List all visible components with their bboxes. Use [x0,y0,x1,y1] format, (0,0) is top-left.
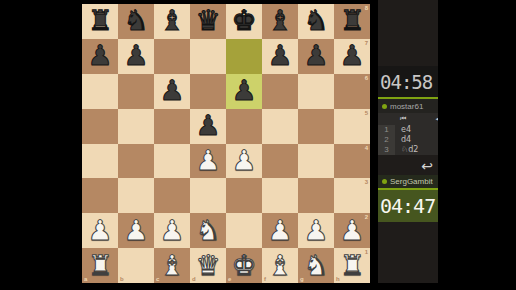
square-a2[interactable]: ♟ [82,213,118,248]
white-king[interactable]: ♚ [226,248,262,283]
square-f6[interactable] [262,74,298,109]
rank-label: 4 [365,145,368,151]
movelist-controls: ⏮ ◀ [378,113,438,125]
square-f3[interactable] [262,178,298,213]
square-e8[interactable]: ♚ [226,4,262,39]
square-e5[interactable] [226,109,262,144]
online-dot-icon [382,179,387,184]
square-h1[interactable]: ♜1h [334,248,370,283]
white-pawn[interactable]: ♟ [334,213,370,248]
black-queen[interactable]: ♛ [190,4,226,39]
takeback-icon[interactable]: ↩ [421,157,433,175]
square-h5[interactable]: 5 [334,109,370,144]
square-a6[interactable] [82,74,118,109]
black-pawn[interactable]: ♟ [82,39,118,74]
square-e7[interactable] [226,39,262,74]
black-king[interactable]: ♚ [226,4,262,39]
square-d3[interactable] [190,178,226,213]
square-d4[interactable]: ♟ [190,144,226,179]
move-white[interactable]: d4 [395,135,438,145]
square-e2[interactable] [226,213,262,248]
square-c6[interactable]: ♟ [154,74,190,109]
opponent-player-bar: mostar61 [378,99,438,113]
square-f8[interactable]: ♝ [262,4,298,39]
square-b4[interactable] [118,144,154,179]
white-pawn[interactable]: ♟ [298,213,334,248]
move-list: 1e42d43♘d2 [378,125,438,155]
square-b3[interactable] [118,178,154,213]
black-pawn[interactable]: ♟ [298,39,334,74]
white-queen[interactable]: ♛ [190,248,226,283]
square-d5[interactable]: ♟ [190,109,226,144]
square-h8[interactable]: ♜8 [334,4,370,39]
square-b8[interactable]: ♞ [118,4,154,39]
square-f2[interactable]: ♟ [262,213,298,248]
player-name: SergGambit [390,177,433,186]
black-pawn[interactable]: ♟ [154,74,190,109]
move-row[interactable]: 1e4 [378,125,438,135]
square-d2[interactable]: ♞ [190,213,226,248]
square-d6[interactable] [190,74,226,109]
move-white[interactable]: e4 [395,125,438,135]
square-g1[interactable]: ♞g [298,248,334,283]
online-dot-icon [382,104,387,109]
chess-board[interactable]: ♜♞♝♛♚♝♞♜8♟♟♟♟♟7♟♟6♟5♟♟43♟♟♟♞♟♟♟2♜ab♝c♛d♚… [82,4,370,283]
rank-label: 3 [365,179,368,185]
skip-to-start-icon[interactable]: ⏮ [400,115,406,123]
square-g8[interactable]: ♞ [298,4,334,39]
app-window: ♜♞♝♛♚♝♞♜8♟♟♟♟♟7♟♟6♟5♟♟43♟♟♟♞♟♟♟2♜ab♝c♛d♚… [0,0,516,290]
white-pawn[interactable]: ♟ [82,213,118,248]
square-e6[interactable]: ♟ [226,74,262,109]
white-pawn[interactable]: ♟ [154,213,190,248]
square-h6[interactable]: 6 [334,74,370,109]
square-g4[interactable] [298,144,334,179]
white-bishop[interactable]: ♝ [154,248,190,283]
square-e4[interactable]: ♟ [226,144,262,179]
black-pawn[interactable]: ♟ [262,39,298,74]
move-number: 3 [378,145,395,155]
square-c5[interactable] [154,109,190,144]
square-c7[interactable] [154,39,190,74]
square-f1[interactable]: ♝f [262,248,298,283]
square-g7[interactable]: ♟ [298,39,334,74]
move-row[interactable]: 3♘d2 [378,145,438,155]
square-g2[interactable]: ♟ [298,213,334,248]
game-sidebar: 04:58 mostar61 ⏮ ◀ 1e42d43♘d2 ↩ SergGamb… [378,0,438,283]
opponent-name: mostar61 [390,102,423,111]
black-bishop[interactable]: ♝ [262,4,298,39]
opponent-clock: 04:58 [378,66,438,97]
square-e3[interactable] [226,178,262,213]
square-g3[interactable] [298,178,334,213]
black-rook[interactable]: ♜ [82,4,118,39]
move-white[interactable]: ♘d2 [395,145,438,155]
white-rook[interactable]: ♜ [334,248,370,283]
square-a1[interactable]: ♜a [82,248,118,283]
square-d7[interactable] [190,39,226,74]
square-b5[interactable] [118,109,154,144]
white-pawn[interactable]: ♟ [118,213,154,248]
square-g5[interactable] [298,109,334,144]
square-c8[interactable]: ♝ [154,4,190,39]
square-a7[interactable]: ♟ [82,39,118,74]
square-a5[interactable] [82,109,118,144]
player-clock-active: 04:47 [378,190,438,222]
square-b2[interactable]: ♟ [118,213,154,248]
player-bar: SergGambit [378,175,438,188]
white-rook[interactable]: ♜ [82,248,118,283]
square-c4[interactable] [154,144,190,179]
square-b6[interactable] [118,74,154,109]
square-f5[interactable] [262,109,298,144]
square-a4[interactable] [82,144,118,179]
square-d8[interactable]: ♛ [190,4,226,39]
black-bishop[interactable]: ♝ [154,4,190,39]
square-a8[interactable]: ♜ [82,4,118,39]
square-h3[interactable]: 3 [334,178,370,213]
black-knight[interactable]: ♞ [118,4,154,39]
black-pawn[interactable]: ♟ [334,39,370,74]
square-c1[interactable]: ♝c [154,248,190,283]
white-bishop[interactable]: ♝ [262,248,298,283]
square-a3[interactable] [82,178,118,213]
square-h2[interactable]: ♟2 [334,213,370,248]
move-number: 2 [378,135,395,145]
black-rook[interactable]: ♜ [334,4,370,39]
white-knight[interactable]: ♞ [190,213,226,248]
previous-move-icon[interactable]: ◀ [436,115,438,123]
file-label: b [120,276,124,282]
white-pawn[interactable]: ♟ [190,144,226,179]
square-e1[interactable]: ♚e [226,248,262,283]
square-h4[interactable]: 4 [334,144,370,179]
square-b7[interactable]: ♟ [118,39,154,74]
square-g6[interactable] [298,74,334,109]
rank-label: 5 [365,110,368,116]
square-c2[interactable]: ♟ [154,213,190,248]
black-pawn[interactable]: ♟ [190,109,226,144]
black-pawn[interactable]: ♟ [118,39,154,74]
square-h7[interactable]: ♟7 [334,39,370,74]
square-f7[interactable]: ♟ [262,39,298,74]
move-number: 1 [378,125,395,135]
white-knight[interactable]: ♞ [298,248,334,283]
square-d1[interactable]: ♛d [190,248,226,283]
black-knight[interactable]: ♞ [298,4,334,39]
square-c3[interactable] [154,178,190,213]
white-pawn[interactable]: ♟ [262,213,298,248]
rank-label: 6 [365,75,368,81]
white-pawn[interactable]: ♟ [226,144,262,179]
move-row[interactable]: 2d4 [378,135,438,145]
square-f4[interactable] [262,144,298,179]
square-b1[interactable]: b [118,248,154,283]
black-pawn[interactable]: ♟ [226,74,262,109]
